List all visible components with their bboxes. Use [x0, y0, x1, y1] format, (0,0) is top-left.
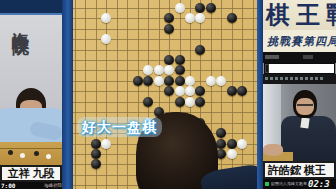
black-stone	[195, 86, 205, 96]
black-stone	[227, 13, 237, 23]
black-stone	[133, 76, 143, 86]
left-goban-line	[0, 148, 62, 149]
white-stone	[206, 76, 216, 86]
white-stone	[237, 139, 247, 149]
white-stone	[227, 149, 237, 159]
black-stone	[206, 3, 216, 13]
right-sponsor-text: 財團法人海峰文教基金會	[271, 181, 307, 187]
black-stone	[91, 139, 101, 149]
subtitle-banner: 挑戰賽第四局	[263, 30, 336, 52]
white-stone	[101, 13, 111, 23]
black-stone	[143, 97, 153, 107]
white-stone	[175, 86, 185, 96]
left-player-panel: 海峰棋院 立祥 九段 7:00 海峰棋院	[0, 0, 62, 189]
go-board: 好大一盘棋	[73, 0, 257, 189]
right-player-face	[296, 98, 314, 115]
right-player-panel: 棋王戰 挑戰賽第四局 許皓鋐 棋王 財團法人海峰文教基金會 02:3	[263, 0, 336, 189]
right-player-glasses	[297, 104, 313, 106]
black-stone	[227, 86, 237, 96]
board-frame-left	[62, 0, 73, 189]
ai-info-label-right	[303, 55, 313, 59]
black-stone	[164, 86, 174, 96]
right-player-name-bar: 許皓鋐 棋王	[263, 161, 336, 179]
white-stone	[216, 76, 226, 86]
black-stone	[175, 65, 185, 75]
ai-info-bar	[263, 52, 336, 63]
grid-line-horizontal	[73, 102, 257, 103]
white-stone	[185, 86, 195, 96]
left-goban-stone	[34, 151, 39, 156]
white-stone	[185, 13, 195, 23]
title-banner: 棋王戰	[263, 0, 336, 30]
black-stone	[175, 55, 185, 65]
black-stone	[175, 76, 185, 86]
grid-line-vertical	[106, 0, 107, 189]
left-goban-stone	[8, 150, 13, 155]
right-player-video	[263, 84, 336, 161]
grid-line-horizontal	[73, 50, 257, 51]
white-stone	[185, 76, 195, 86]
left-player-clock: 7:00	[1, 182, 15, 189]
black-stone	[91, 159, 101, 169]
grid-line-vertical	[253, 0, 254, 189]
white-stone	[101, 34, 111, 44]
black-stone	[175, 97, 185, 107]
black-stone	[164, 13, 174, 23]
black-stone	[227, 139, 237, 149]
grid-line-vertical	[85, 0, 86, 189]
grid-line-vertical	[221, 0, 222, 189]
eval-caption-bar	[263, 74, 336, 84]
black-stone	[164, 55, 174, 65]
eval-caption-text	[265, 77, 325, 80]
black-stone	[195, 3, 205, 13]
left-sponsor-logo: 海峰棋院	[44, 183, 62, 189]
black-stone	[143, 76, 153, 86]
right-player-collar	[300, 117, 309, 128]
black-stone	[195, 45, 205, 55]
ai-info-label-left	[265, 55, 279, 59]
right-player-hand	[263, 144, 283, 156]
eval-bar-white-segment	[269, 64, 334, 73]
left-goban-stone	[20, 153, 25, 158]
white-stone	[101, 139, 111, 149]
black-stone	[216, 128, 226, 138]
white-stone	[154, 65, 164, 75]
black-stone	[164, 24, 174, 34]
right-player-clock: 02:3	[308, 179, 330, 189]
black-stone	[164, 76, 174, 86]
winrate-eval-bar	[264, 63, 335, 74]
grid-line-horizontal	[73, 8, 257, 9]
white-stone	[164, 65, 174, 75]
white-stone	[185, 97, 195, 107]
broadcast-frame: 海峰棋院 立祥 九段 7:00 海峰棋院 好大一盘棋 棋王戰 挑戰賽第四局	[0, 0, 336, 189]
grid-line-vertical	[127, 0, 128, 189]
stream-caption: 好大一盘棋	[77, 117, 162, 137]
right-panel-bottom-bar: 財團法人海峰文教基金會 02:3	[263, 179, 336, 189]
black-stone	[195, 97, 205, 107]
left-panel-top-bar	[0, 0, 62, 13]
white-stone	[175, 3, 185, 13]
grid-line-vertical	[75, 0, 76, 189]
left-player-name-bar: 立祥 九段	[0, 165, 62, 182]
black-stone	[237, 86, 247, 96]
black-stone	[216, 139, 226, 149]
white-stone	[195, 13, 205, 23]
grid-line-vertical	[117, 0, 118, 189]
white-stone	[143, 65, 153, 75]
left-goban-stone	[46, 154, 51, 159]
live-indicator-dot	[265, 182, 269, 186]
black-stone	[91, 149, 101, 159]
white-stone	[154, 76, 164, 86]
